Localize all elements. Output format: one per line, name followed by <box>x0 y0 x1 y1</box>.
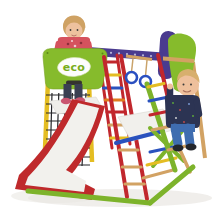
girl-face <box>66 23 83 40</box>
boy-shoe-left <box>173 145 184 152</box>
boy <box>165 69 200 151</box>
ring-left <box>126 72 137 83</box>
eco-brand-text: eco <box>63 61 86 74</box>
eco-board: eco <box>43 49 107 90</box>
ring-rope <box>146 60 148 76</box>
boy-hand-left <box>167 84 173 90</box>
boy-leg-right <box>188 128 190 144</box>
girl-jean-left <box>64 84 72 99</box>
rung-wood <box>143 170 173 178</box>
playground-product-photo: eco <box>0 0 215 215</box>
boy-leg-left <box>175 128 178 144</box>
scene-image: eco <box>0 0 215 215</box>
girl-shoe-left <box>61 98 71 104</box>
boy-arm-right <box>197 102 199 114</box>
ring-rope <box>132 59 134 73</box>
boy-shoe-right <box>186 144 197 151</box>
girl-jean-right <box>75 84 83 99</box>
